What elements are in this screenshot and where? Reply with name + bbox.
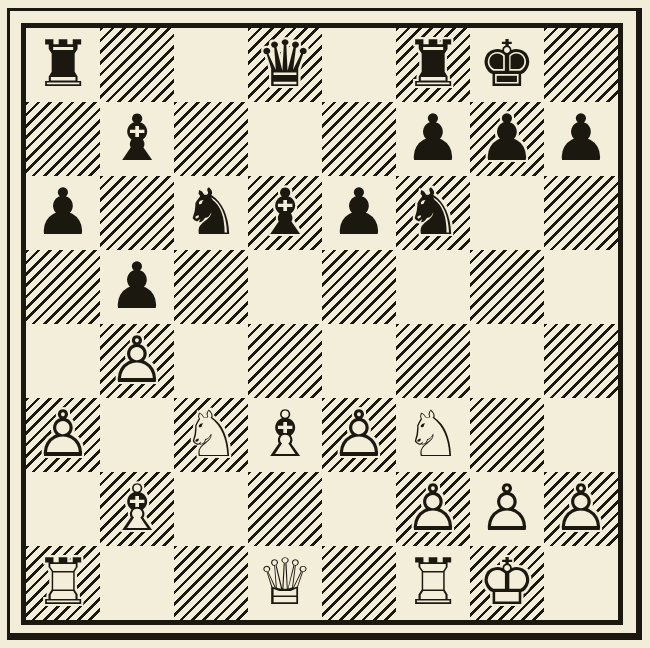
square-d5[interactable] — [248, 250, 322, 324]
square-e6[interactable]: ♟♟ — [322, 176, 396, 250]
square-d7[interactable] — [248, 102, 322, 176]
square-a3[interactable]: ♟♙ — [26, 398, 100, 472]
piece-white-pawn[interactable]: ♙ — [470, 472, 544, 546]
square-c8[interactable] — [174, 28, 248, 102]
piece-white-pawn[interactable]: ♙ — [544, 472, 618, 546]
square-g4[interactable] — [470, 324, 544, 398]
square-d3[interactable]: ♝♗ — [248, 398, 322, 472]
square-g7[interactable]: ♟♟ — [470, 102, 544, 176]
square-h2[interactable]: ♟♙ — [544, 472, 618, 546]
square-e8[interactable] — [322, 28, 396, 102]
piece-black-king[interactable]: ♚ — [470, 28, 544, 102]
piece-black-pawn[interactable]: ♟ — [100, 250, 174, 324]
piece-white-rook[interactable]: ♖ — [26, 546, 100, 620]
square-a2[interactable] — [26, 472, 100, 546]
square-f1[interactable]: ♜♖ — [396, 546, 470, 620]
piece-black-rook[interactable]: ♜ — [26, 28, 100, 102]
piece-black-bishop[interactable]: ♝ — [248, 176, 322, 250]
piece-black-queen[interactable]: ♛ — [248, 28, 322, 102]
piece-white-pawn[interactable]: ♙ — [396, 472, 470, 546]
square-f4[interactable] — [396, 324, 470, 398]
square-f5[interactable] — [396, 250, 470, 324]
piece-black-rook[interactable]: ♜ — [396, 28, 470, 102]
piece-white-pawn[interactable]: ♙ — [322, 398, 396, 472]
square-b2[interactable]: ♝♗ — [100, 472, 174, 546]
piece-white-queen[interactable]: ♕ — [248, 546, 322, 620]
square-a7[interactable] — [26, 102, 100, 176]
piece-black-bishop[interactable]: ♝ — [100, 102, 174, 176]
square-f6[interactable]: ♞♞ — [396, 176, 470, 250]
square-f2[interactable]: ♟♙ — [396, 472, 470, 546]
square-g5[interactable] — [470, 250, 544, 324]
piece-black-pawn[interactable]: ♟ — [470, 102, 544, 176]
square-b8[interactable] — [100, 28, 174, 102]
piece-black-pawn[interactable]: ♟ — [544, 102, 618, 176]
square-g6[interactable] — [470, 176, 544, 250]
square-c6[interactable]: ♞♞ — [174, 176, 248, 250]
square-a4[interactable] — [26, 324, 100, 398]
square-h6[interactable] — [544, 176, 618, 250]
piece-white-bishop[interactable]: ♗ — [100, 472, 174, 546]
square-g8[interactable]: ♚♚ — [470, 28, 544, 102]
square-h8[interactable] — [544, 28, 618, 102]
piece-white-bishop[interactable]: ♗ — [248, 398, 322, 472]
square-c1[interactable] — [174, 546, 248, 620]
square-c5[interactable] — [174, 250, 248, 324]
square-g3[interactable] — [470, 398, 544, 472]
piece-white-knight[interactable]: ♘ — [396, 398, 470, 472]
piece-white-pawn[interactable]: ♙ — [100, 324, 174, 398]
piece-black-knight[interactable]: ♞ — [396, 176, 470, 250]
piece-black-pawn[interactable]: ♟ — [396, 102, 470, 176]
chess-board: ♜♜♛♛♜♜♚♚♝♝♟♟♟♟♟♟♟♟♞♞♝♝♟♟♞♞♟♟♟♙♟♙♞♘♝♗♟♙♞♘… — [26, 28, 618, 620]
square-c7[interactable] — [174, 102, 248, 176]
square-b5[interactable]: ♟♟ — [100, 250, 174, 324]
square-c3[interactable]: ♞♘ — [174, 398, 248, 472]
square-d4[interactable] — [248, 324, 322, 398]
square-h7[interactable]: ♟♟ — [544, 102, 618, 176]
square-c4[interactable] — [174, 324, 248, 398]
square-b7[interactable]: ♝♝ — [100, 102, 174, 176]
square-a6[interactable]: ♟♟ — [26, 176, 100, 250]
square-a1[interactable]: ♜♖ — [26, 546, 100, 620]
square-e2[interactable] — [322, 472, 396, 546]
square-b1[interactable] — [100, 546, 174, 620]
chess-board-diagram: ♜♜♛♛♜♜♚♚♝♝♟♟♟♟♟♟♟♟♞♞♝♝♟♟♞♞♟♟♟♙♟♙♞♘♝♗♟♙♞♘… — [0, 0, 650, 648]
square-f3[interactable]: ♞♘ — [396, 398, 470, 472]
square-d6[interactable]: ♝♝ — [248, 176, 322, 250]
square-e7[interactable] — [322, 102, 396, 176]
square-d8[interactable]: ♛♛ — [248, 28, 322, 102]
square-d1[interactable]: ♛♕ — [248, 546, 322, 620]
square-b3[interactable] — [100, 398, 174, 472]
piece-white-king[interactable]: ♔ — [470, 546, 544, 620]
square-h4[interactable] — [544, 324, 618, 398]
square-e4[interactable] — [322, 324, 396, 398]
square-h5[interactable] — [544, 250, 618, 324]
square-d2[interactable] — [248, 472, 322, 546]
square-f8[interactable]: ♜♜ — [396, 28, 470, 102]
square-h3[interactable] — [544, 398, 618, 472]
square-b6[interactable] — [100, 176, 174, 250]
square-h1[interactable] — [544, 546, 618, 620]
square-e1[interactable] — [322, 546, 396, 620]
piece-white-pawn[interactable]: ♙ — [26, 398, 100, 472]
piece-black-knight[interactable]: ♞ — [174, 176, 248, 250]
piece-white-rook[interactable]: ♖ — [396, 546, 470, 620]
square-a5[interactable] — [26, 250, 100, 324]
square-c2[interactable] — [174, 472, 248, 546]
square-a8[interactable]: ♜♜ — [26, 28, 100, 102]
piece-white-knight[interactable]: ♘ — [174, 398, 248, 472]
piece-black-pawn[interactable]: ♟ — [26, 176, 100, 250]
board-frame: ♜♜♛♛♜♜♚♚♝♝♟♟♟♟♟♟♟♟♞♞♝♝♟♟♞♞♟♟♟♙♟♙♞♘♝♗♟♙♞♘… — [21, 23, 623, 625]
square-b4[interactable]: ♟♙ — [100, 324, 174, 398]
piece-black-pawn[interactable]: ♟ — [322, 176, 396, 250]
square-g1[interactable]: ♚♔ — [470, 546, 544, 620]
square-e5[interactable] — [322, 250, 396, 324]
square-e3[interactable]: ♟♙ — [322, 398, 396, 472]
square-f7[interactable]: ♟♟ — [396, 102, 470, 176]
square-g2[interactable]: ♟♙ — [470, 472, 544, 546]
